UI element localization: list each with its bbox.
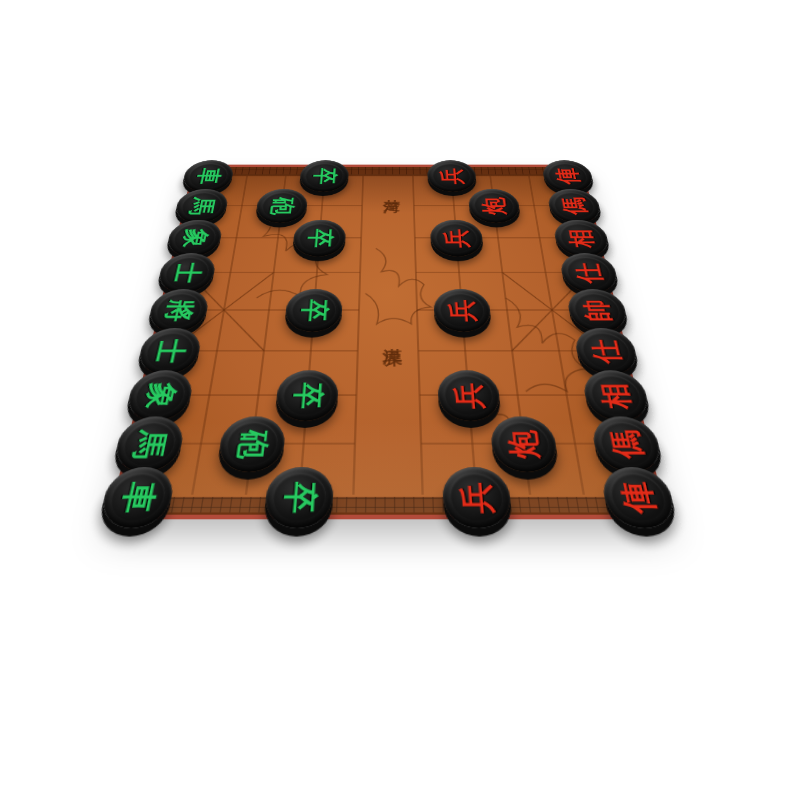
piece-face: 兵 [439, 293, 486, 327]
piece-glyph: 將 [162, 299, 196, 321]
piece-glyph: 相 [566, 228, 597, 247]
piece-glyph: 俥 [553, 168, 582, 184]
piece-glyph: 砲 [234, 429, 271, 458]
piece-face: 卒 [304, 163, 344, 188]
piece-face: 士 [162, 257, 211, 288]
piece-glyph: 馬 [130, 429, 169, 458]
piece-glyph: 卒 [281, 481, 318, 513]
piece-face: 炮 [496, 422, 552, 466]
piece-face: 車 [186, 163, 229, 188]
piece-face: 兵 [444, 375, 495, 415]
piece-glyph: 兵 [452, 382, 486, 408]
xiangqi-board: 楚河 漢界 車卒兵俥馬砲炮傌象卒兵相士仕將卒兵帥士仕象卒兵相馬砲炮傌車卒兵俥 [115, 167, 662, 515]
piece-face: 卒 [271, 473, 327, 521]
piece-face: 將 [153, 293, 204, 327]
piece-glyph: 卒 [305, 228, 333, 247]
piece-glyph: 砲 [268, 197, 296, 215]
piece-face: 帥 [572, 293, 623, 327]
piece-face: 傌 [597, 422, 657, 466]
piece-glyph: 卒 [298, 299, 329, 321]
piece-glyph: 卒 [290, 382, 324, 408]
piece-glyph: 象 [141, 382, 178, 408]
piece-glyph: 兵 [442, 228, 470, 247]
river-label-chu-he: 楚河 [381, 191, 404, 196]
piece-glyph: 車 [194, 168, 223, 184]
piece-glyph: 兵 [458, 481, 495, 513]
piece-glyph: 兵 [447, 299, 478, 321]
piece-face: 卒 [281, 375, 332, 415]
piece-face: 相 [588, 375, 645, 415]
piece-glyph: 傌 [559, 197, 589, 215]
piece-red-soldier[interactable]: 兵 [427, 160, 478, 192]
piece-face: 仕 [579, 333, 633, 370]
piece-green-chariot[interactable]: 車 [97, 467, 177, 528]
piece-face: 車 [106, 473, 169, 521]
piece-glyph: 相 [597, 382, 634, 408]
board-scene: 楚河 漢界 車卒兵俥馬砲炮傌象卒兵相士仕將卒兵帥士仕象卒兵相馬砲炮傌車卒兵俥 [163, 90, 613, 530]
piece-glyph: 帥 [580, 299, 614, 321]
piece-face: 俥 [546, 163, 589, 188]
piece-face: 仕 [565, 257, 614, 288]
piece-glyph: 士 [171, 262, 203, 283]
piece-glyph: 馬 [187, 197, 217, 215]
piece-face: 馬 [119, 422, 179, 466]
piece-red-chariot[interactable]: 俥 [599, 467, 679, 528]
piece-glyph: 傌 [607, 429, 646, 458]
piece-glyph: 象 [179, 228, 210, 247]
piece-face: 象 [171, 224, 218, 253]
piece-face: 砲 [224, 422, 280, 466]
piece-face: 砲 [260, 192, 303, 219]
piece-face: 卒 [290, 293, 337, 327]
piece-glyph: 卒 [311, 168, 337, 184]
piece-glyph: 仕 [573, 262, 605, 283]
piece-face: 相 [558, 224, 605, 253]
product-photo-stage: 楚河 漢界 車卒兵俥馬砲炮傌象卒兵相士仕將卒兵帥士仕象卒兵相馬砲炮傌車卒兵俥 [0, 0, 800, 800]
piece-face: 俥 [607, 473, 670, 521]
piece-glyph: 仕 [588, 339, 624, 363]
piece-glyph: 兵 [439, 168, 465, 184]
piece-face: 兵 [449, 473, 505, 521]
piece-face: 士 [143, 333, 197, 370]
piece-glyph: 俥 [617, 481, 659, 513]
piece-glyph: 車 [117, 481, 159, 513]
piece-face: 炮 [473, 192, 516, 219]
piece-glyph: 炮 [506, 429, 543, 458]
piece-glyph: 炮 [480, 197, 508, 215]
piece-face: 象 [131, 375, 188, 415]
piece-face: 馬 [179, 192, 224, 219]
piece-face: 兵 [432, 163, 472, 188]
piece-face: 傌 [552, 192, 597, 219]
piece-face: 卒 [298, 224, 341, 253]
river-label-han-jie: 漢界 [380, 335, 407, 341]
piece-face: 兵 [435, 224, 478, 253]
piece-glyph: 士 [152, 339, 188, 363]
